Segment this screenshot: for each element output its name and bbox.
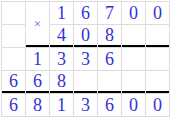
multiplication-sign: × [26, 2, 49, 47]
digit-cell-r5c2: 8 [26, 94, 49, 116]
empty-cell-r2c6 [122, 25, 145, 47]
digit-cell-r1c4: 6 [74, 2, 97, 24]
digit-cell-r5c1: 6 [2, 94, 25, 116]
digit-cell-r2c5: 8 [98, 25, 121, 47]
empty-cell-r2c7 [146, 25, 169, 47]
empty-cell-r4c4 [74, 71, 97, 93]
empty-cell-r3c7 [146, 48, 169, 70]
digit-cell-r1c6: 0 [122, 2, 145, 24]
digit-cell-r2c4: 0 [74, 25, 97, 47]
empty-cell-r3c1 [2, 48, 25, 70]
digit-cell-r5c6: 0 [122, 94, 145, 116]
digit-cell-r5c7: 0 [146, 94, 169, 116]
empty-cell-r4c7 [146, 71, 169, 93]
digit-cell-r3c4: 3 [74, 48, 97, 70]
digit-cell-r4c2: 6 [26, 71, 49, 93]
digit-cell-r3c5: 6 [98, 48, 121, 70]
digit-cell-r4c3: 8 [50, 71, 73, 93]
digit-cell-r1c7: 0 [146, 2, 169, 24]
empty-cell-r4c6 [122, 71, 145, 93]
digit-cell-r4c1: 6 [2, 71, 25, 93]
empty-cell-r2c1 [2, 25, 25, 47]
empty-cell-r3c6 [122, 48, 145, 70]
digit-cell-r3c2: 1 [26, 48, 49, 70]
digit-cell-r1c3: 1 [50, 2, 73, 24]
empty-cell-r4c5 [98, 71, 121, 93]
digit-cell-r5c5: 6 [98, 94, 121, 116]
digit-cell-r1c5: 7 [98, 2, 121, 24]
digit-cell-r5c3: 1 [50, 94, 73, 116]
empty-cell-r1c1 [2, 2, 25, 24]
worksheet-grid: ×1670040813366686813600 [1, 1, 170, 117]
digit-cell-r5c4: 3 [74, 94, 97, 116]
digit-cell-r2c3: 4 [50, 25, 73, 47]
multiplication-worksheet: ×1670040813366686813600 [1, 1, 171, 117]
digit-cell-r3c3: 3 [50, 48, 73, 70]
